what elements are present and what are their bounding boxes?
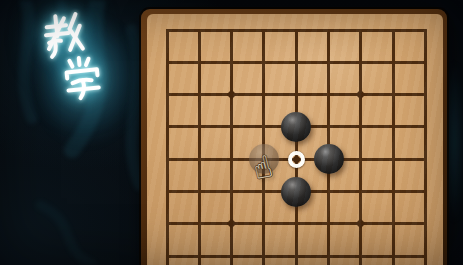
black-stone — [281, 177, 311, 207]
star-point — [356, 90, 366, 100]
black-stone — [281, 112, 311, 142]
grid-line-vertical — [198, 29, 201, 265]
side-panel: 教学 — [0, 0, 146, 265]
grid-line-vertical — [392, 29, 395, 265]
star-point — [227, 90, 237, 100]
go-board[interactable]: ☝ — [141, 9, 447, 265]
grid-line-vertical — [359, 29, 362, 265]
move-marker-ring — [288, 151, 305, 168]
grid-line-vertical — [424, 29, 427, 265]
grid-line-vertical — [166, 29, 169, 265]
grid-line-vertical — [295, 29, 298, 265]
tutorial-screen: 教学 ☝ — [0, 0, 463, 265]
tutorial-title-calligraphy — [28, 2, 158, 152]
star-point — [356, 219, 366, 229]
board-surface[interactable]: ☝ — [147, 14, 443, 265]
black-stone — [314, 144, 344, 174]
star-point — [227, 219, 237, 229]
grid-line-vertical — [230, 29, 233, 265]
grid-line-horizontal — [166, 255, 428, 258]
